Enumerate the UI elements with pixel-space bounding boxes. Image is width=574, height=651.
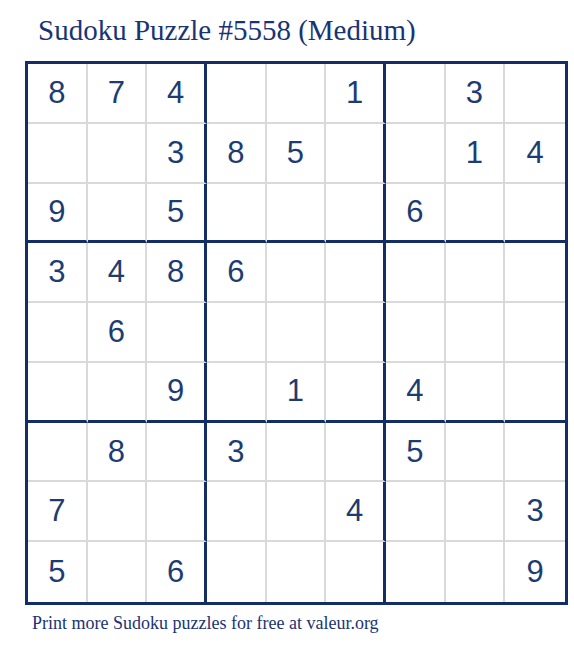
sudoku-board: 874133851495634866914835743569 <box>25 61 568 605</box>
cell-r8c8[interactable] <box>446 482 506 542</box>
cell-r6c7[interactable]: 4 <box>386 363 446 423</box>
cell-r5c4[interactable] <box>207 303 267 363</box>
footer-text: Print more Sudoku puzzles for free at va… <box>32 613 379 634</box>
cell-r4c8[interactable] <box>446 243 506 303</box>
cell-r6c2[interactable] <box>88 363 148 423</box>
cell-r2c9[interactable]: 4 <box>505 124 565 184</box>
cell-r4c1[interactable]: 3 <box>28 243 88 303</box>
cell-r5c7[interactable] <box>386 303 446 363</box>
cell-r7c5[interactable] <box>267 423 327 483</box>
cell-r4c3[interactable]: 8 <box>147 243 207 303</box>
cell-r3c2[interactable] <box>88 184 148 244</box>
cell-r7c4[interactable]: 3 <box>207 423 267 483</box>
cell-r2c1[interactable] <box>28 124 88 184</box>
cell-r6c9[interactable] <box>505 363 565 423</box>
cell-r7c6[interactable] <box>326 423 386 483</box>
cell-r1c4[interactable] <box>207 64 267 124</box>
cell-r4c9[interactable] <box>505 243 565 303</box>
cell-r1c1[interactable]: 8 <box>28 64 88 124</box>
cell-r7c3[interactable] <box>147 423 207 483</box>
cell-r4c2[interactable]: 4 <box>88 243 148 303</box>
cell-r4c6[interactable] <box>326 243 386 303</box>
cell-r2c8[interactable]: 1 <box>446 124 506 184</box>
cell-r2c3[interactable]: 3 <box>147 124 207 184</box>
cell-r8c7[interactable] <box>386 482 446 542</box>
cell-r5c9[interactable] <box>505 303 565 363</box>
cell-r9c3[interactable]: 6 <box>147 542 207 602</box>
cell-r7c1[interactable] <box>28 423 88 483</box>
cell-r8c9[interactable]: 3 <box>505 482 565 542</box>
cell-r3c6[interactable] <box>326 184 386 244</box>
cell-r9c7[interactable] <box>386 542 446 602</box>
page-title: Sudoku Puzzle #5558 (Medium) <box>38 14 416 47</box>
sudoku-page: Sudoku Puzzle #5558 (Medium) 87413385149… <box>0 0 574 651</box>
cell-r5c2[interactable]: 6 <box>88 303 148 363</box>
cell-r8c6[interactable]: 4 <box>326 482 386 542</box>
cell-r6c4[interactable] <box>207 363 267 423</box>
cell-r2c6[interactable] <box>326 124 386 184</box>
cell-r1c2[interactable]: 7 <box>88 64 148 124</box>
cell-r1c8[interactable]: 3 <box>446 64 506 124</box>
cell-r2c4[interactable]: 8 <box>207 124 267 184</box>
cell-r3c4[interactable] <box>207 184 267 244</box>
cell-r5c6[interactable] <box>326 303 386 363</box>
cell-r3c1[interactable]: 9 <box>28 184 88 244</box>
cell-r3c5[interactable] <box>267 184 327 244</box>
cell-r3c9[interactable] <box>505 184 565 244</box>
cell-r9c2[interactable] <box>88 542 148 602</box>
cell-r6c1[interactable] <box>28 363 88 423</box>
cell-r6c8[interactable] <box>446 363 506 423</box>
cell-r1c3[interactable]: 4 <box>147 64 207 124</box>
cell-r9c4[interactable] <box>207 542 267 602</box>
cell-r5c5[interactable] <box>267 303 327 363</box>
cell-r3c3[interactable]: 5 <box>147 184 207 244</box>
cell-r4c7[interactable] <box>386 243 446 303</box>
cell-r3c7[interactable]: 6 <box>386 184 446 244</box>
cell-r7c8[interactable] <box>446 423 506 483</box>
cell-r7c2[interactable]: 8 <box>88 423 148 483</box>
cell-r8c4[interactable] <box>207 482 267 542</box>
cell-r9c8[interactable] <box>446 542 506 602</box>
cell-r8c1[interactable]: 7 <box>28 482 88 542</box>
cell-r7c7[interactable]: 5 <box>386 423 446 483</box>
cell-r8c2[interactable] <box>88 482 148 542</box>
cell-r6c6[interactable] <box>326 363 386 423</box>
cell-r2c5[interactable]: 5 <box>267 124 327 184</box>
cell-r2c7[interactable] <box>386 124 446 184</box>
cell-r2c2[interactable] <box>88 124 148 184</box>
cell-r9c5[interactable] <box>267 542 327 602</box>
cell-r1c5[interactable] <box>267 64 327 124</box>
cell-r9c9[interactable]: 9 <box>505 542 565 602</box>
cell-r6c3[interactable]: 9 <box>147 363 207 423</box>
cell-r1c6[interactable]: 1 <box>326 64 386 124</box>
cell-r4c4[interactable]: 6 <box>207 243 267 303</box>
cell-r9c1[interactable]: 5 <box>28 542 88 602</box>
cell-r9c6[interactable] <box>326 542 386 602</box>
cell-r5c3[interactable] <box>147 303 207 363</box>
cell-r4c5[interactable] <box>267 243 327 303</box>
cell-r7c9[interactable] <box>505 423 565 483</box>
cell-r3c8[interactable] <box>446 184 506 244</box>
cell-r1c9[interactable] <box>505 64 565 124</box>
cell-r5c1[interactable] <box>28 303 88 363</box>
cell-r6c5[interactable]: 1 <box>267 363 327 423</box>
cell-r8c5[interactable] <box>267 482 327 542</box>
cell-r5c8[interactable] <box>446 303 506 363</box>
cell-r8c3[interactable] <box>147 482 207 542</box>
cell-r1c7[interactable] <box>386 64 446 124</box>
